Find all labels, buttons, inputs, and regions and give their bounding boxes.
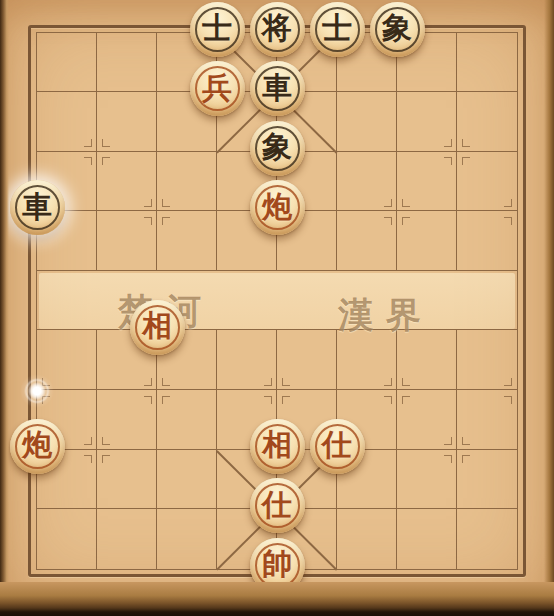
board-cell — [37, 271, 97, 331]
position-marker-corner — [102, 139, 110, 147]
position-marker-corner — [144, 396, 152, 404]
piece-glyph: 相 — [250, 419, 305, 474]
piece-red-soldier[interactable]: 兵 — [190, 61, 245, 116]
xiangqi-board: 楚河 漢界 士将士象兵車象車炮相炮相仕仕帥 — [0, 0, 554, 616]
board-cell — [337, 509, 397, 569]
position-marker-corner — [264, 396, 272, 404]
board-cell — [457, 509, 517, 569]
board-bottom-edge — [0, 582, 554, 616]
position-marker-corner — [462, 437, 470, 445]
position-marker-corner — [144, 217, 152, 225]
position-marker-corner — [144, 378, 152, 386]
piece-glyph: 相 — [130, 300, 185, 355]
position-marker-corner — [444, 139, 452, 147]
piece-glyph: 象 — [370, 2, 425, 57]
position-marker-corner — [162, 378, 170, 386]
piece-black-elephant[interactable]: 象 — [250, 121, 305, 176]
piece-glyph: 炮 — [10, 419, 65, 474]
piece-black-elephant[interactable]: 象 — [370, 2, 425, 57]
board-cell — [97, 509, 157, 569]
position-marker-corner — [504, 396, 512, 404]
board-cell — [157, 450, 217, 510]
position-marker-corner — [402, 217, 410, 225]
position-marker-corner — [102, 455, 110, 463]
position-marker-corner — [102, 157, 110, 165]
board-cell — [337, 92, 397, 152]
piece-glyph: 炮 — [250, 180, 305, 235]
board-cell — [277, 271, 337, 331]
piece-red-advisor[interactable]: 仕 — [310, 419, 365, 474]
board-cell — [457, 271, 517, 331]
position-marker-corner — [402, 396, 410, 404]
piece-black-advisor[interactable]: 士 — [310, 2, 365, 57]
position-marker-corner — [444, 455, 452, 463]
piece-red-cannon[interactable]: 炮 — [10, 419, 65, 474]
position-marker-corner — [384, 199, 392, 207]
piece-black-general[interactable]: 将 — [250, 2, 305, 57]
position-marker-corner — [504, 217, 512, 225]
board-left-edge — [0, 0, 9, 606]
position-marker-corner — [402, 378, 410, 386]
board-cell — [37, 33, 97, 93]
piece-glyph: 兵 — [190, 61, 245, 116]
position-marker-corner — [402, 199, 410, 207]
piece-red-elephant[interactable]: 相 — [250, 419, 305, 474]
piece-black-chariot[interactable]: 車 — [10, 180, 65, 235]
position-marker-corner — [384, 378, 392, 386]
piece-glyph: 仕 — [250, 478, 305, 533]
position-marker-corner — [504, 378, 512, 386]
piece-red-advisor[interactable]: 仕 — [250, 478, 305, 533]
piece-red-cannon[interactable]: 炮 — [250, 180, 305, 235]
piece-black-advisor[interactable]: 士 — [190, 2, 245, 57]
board-cell — [457, 33, 517, 93]
board-cell — [97, 33, 157, 93]
board-right-edge — [544, 0, 554, 606]
piece-red-elephant[interactable]: 相 — [130, 300, 185, 355]
position-marker-corner — [84, 139, 92, 147]
position-marker-corner — [282, 378, 290, 386]
piece-glyph: 車 — [250, 61, 305, 116]
position-marker-corner — [144, 199, 152, 207]
piece-glyph: 士 — [310, 2, 365, 57]
position-marker-corner — [462, 455, 470, 463]
position-marker-corner — [384, 396, 392, 404]
position-marker-corner — [84, 437, 92, 445]
piece-glyph: 車 — [10, 180, 65, 235]
piece-black-chariot[interactable]: 車 — [250, 61, 305, 116]
board-cell — [37, 509, 97, 569]
board-cell — [397, 509, 457, 569]
position-marker-corner — [264, 378, 272, 386]
position-marker-corner — [462, 139, 470, 147]
position-marker-corner — [504, 199, 512, 207]
position-marker-corner — [384, 217, 392, 225]
last-move-origin-dot — [20, 374, 54, 408]
position-marker-corner — [162, 396, 170, 404]
position-marker-corner — [282, 396, 290, 404]
position-marker-corner — [84, 157, 92, 165]
position-marker-corner — [84, 455, 92, 463]
position-marker-corner — [444, 437, 452, 445]
piece-glyph: 仕 — [310, 419, 365, 474]
position-marker-corner — [462, 157, 470, 165]
piece-glyph: 象 — [250, 121, 305, 176]
position-marker-corner — [162, 217, 170, 225]
river-text-right: 漢界 — [338, 292, 434, 339]
board-cell — [217, 271, 277, 331]
position-marker-corner — [102, 437, 110, 445]
board-cell — [157, 509, 217, 569]
piece-glyph: 将 — [250, 2, 305, 57]
position-marker-corner — [162, 199, 170, 207]
piece-glyph: 士 — [190, 2, 245, 57]
position-marker-corner — [444, 157, 452, 165]
